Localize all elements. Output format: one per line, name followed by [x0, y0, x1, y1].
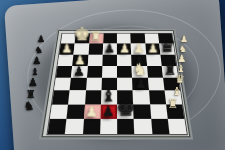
board-wrap: ♚♜♟♟♟♟♟♛♟♟♟♞♜♟♝♟♟♚ — [51, 12, 181, 142]
black-queen[interactable]: ♛ — [159, 36, 176, 55]
square-e2[interactable]: ♟ — [103, 44, 117, 55]
square-h8[interactable] — [48, 119, 67, 134]
square-d3[interactable] — [117, 54, 132, 65]
square-f2[interactable] — [88, 44, 103, 55]
square-b8[interactable] — [151, 119, 170, 134]
square-a2[interactable]: ♛ — [159, 44, 175, 55]
captured-white-queen: ♛ — [175, 74, 185, 85]
square-g5[interactable] — [70, 78, 87, 91]
square-d7[interactable]: ♚ — [117, 104, 134, 118]
square-c5[interactable]: ♟ — [132, 78, 148, 91]
square-f6[interactable] — [85, 91, 102, 105]
square-g6[interactable] — [68, 91, 85, 105]
square-f8[interactable] — [82, 119, 100, 134]
square-f5[interactable] — [86, 78, 102, 91]
white-king[interactable]: ♚ — [74, 25, 90, 43]
square-g8[interactable] — [65, 119, 83, 134]
square-a8[interactable] — [167, 119, 186, 134]
captured-black-pawn: ♟ — [37, 35, 45, 44]
square-b4[interactable] — [147, 66, 163, 78]
square-b3[interactable] — [146, 54, 162, 65]
square-c7[interactable] — [133, 104, 150, 118]
square-h3[interactable] — [58, 54, 74, 65]
square-g4[interactable]: ♟ — [71, 66, 87, 78]
white-pawn[interactable]: ♟ — [119, 42, 130, 54]
square-h2[interactable]: ♟ — [59, 44, 75, 55]
captured-black-pawn: ♟ — [33, 56, 42, 66]
square-h5[interactable] — [54, 78, 71, 91]
square-d8[interactable] — [117, 119, 134, 134]
square-h6[interactable] — [52, 91, 70, 105]
captured-white-bishop: ♝ — [172, 86, 182, 97]
square-h7[interactable] — [50, 104, 68, 118]
chess-board: ♚♜♟♟♟♟♟♛♟♟♟♞♜♟♝♟♟♚ — [42, 30, 191, 137]
black-bishop[interactable]: ♝ — [101, 87, 116, 104]
square-f4[interactable] — [86, 66, 102, 78]
white-pawn[interactable]: ♟ — [86, 104, 99, 118]
square-e4[interactable] — [102, 66, 117, 78]
game-scene: ♚♜♟♟♟♟♟♛♟♟♟♞♜♟♝♟♟♚ ♟♞♟♝♟♜♞ ♟♞♟♝♛♝♜ — [0, 0, 225, 150]
black-pawn[interactable]: ♟ — [73, 65, 85, 78]
black-king[interactable]: ♚ — [116, 97, 136, 119]
board-grid: ♚♜♟♟♟♟♟♛♟♟♟♞♜♟♝♟♟♚ — [46, 33, 187, 135]
captured-black-pawn: ♟ — [28, 77, 38, 88]
captured-black-knight: ♞ — [24, 100, 35, 112]
captured-white-rook: ♜ — [168, 98, 179, 110]
square-b7[interactable] — [150, 104, 168, 118]
square-d2[interactable]: ♟ — [117, 44, 131, 55]
square-d4[interactable] — [117, 66, 132, 78]
black-pawn[interactable]: ♟ — [135, 77, 147, 90]
captured-white-pawn: ♟ — [180, 35, 188, 44]
white-pawn[interactable]: ♟ — [147, 42, 158, 54]
square-f7[interactable]: ♟ — [84, 104, 101, 118]
square-e7[interactable]: ♟ — [100, 104, 117, 118]
black-pawn[interactable]: ♟ — [102, 104, 115, 118]
square-e8[interactable] — [100, 119, 117, 134]
white-pawn[interactable]: ♟ — [61, 42, 72, 54]
square-g1[interactable]: ♚ — [75, 34, 90, 44]
square-f3[interactable] — [87, 54, 102, 65]
square-f1[interactable]: ♜ — [89, 34, 103, 44]
black-pawn[interactable]: ♟ — [104, 42, 115, 54]
square-h4[interactable] — [56, 66, 73, 78]
captured-black-knight: ♞ — [35, 46, 43, 55]
square-e6[interactable]: ♝ — [101, 91, 117, 105]
square-c8[interactable] — [134, 119, 152, 134]
square-e3[interactable] — [102, 54, 117, 65]
square-g7[interactable] — [67, 104, 85, 118]
square-b6[interactable] — [149, 91, 166, 105]
square-d5[interactable] — [117, 78, 133, 91]
square-b5[interactable] — [148, 78, 165, 91]
white-rook[interactable]: ♜ — [90, 30, 102, 44]
